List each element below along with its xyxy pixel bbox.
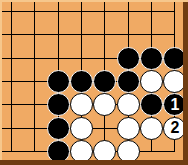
intersection-r3-c1 [0, 47, 23, 70]
intersection-r6-c7 [140, 117, 163, 140]
board-edge-highlight-top [0, 0, 188, 2]
intersection-r5-c4 [70, 93, 93, 116]
black-stone [117, 70, 140, 93]
intersection-r4-c7 [140, 70, 163, 93]
black-stone [140, 93, 163, 116]
intersection-r3-c2 [23, 47, 46, 70]
intersection-r6-c1 [0, 117, 23, 140]
intersection-r6-c4 [70, 117, 93, 140]
intersection-r4-c3 [47, 70, 70, 93]
intersection-r4-c6 [117, 70, 140, 93]
intersection-r3-c5 [93, 47, 116, 70]
intersection-r2-c5 [93, 23, 116, 46]
board-edge-shadow-bottom [0, 160, 188, 165]
intersection-r2-c7 [140, 23, 163, 46]
intersection-r6-c6 [117, 117, 140, 140]
white-stone [140, 70, 163, 93]
go-board: 12 [0, 0, 188, 165]
intersection-r1-c4 [70, 0, 93, 23]
white-stone [140, 117, 163, 140]
intersection-r5-c3 [47, 93, 70, 116]
white-stone [70, 117, 93, 140]
intersection-r1-c5 [93, 0, 116, 23]
intersection-r5-c2 [23, 93, 46, 116]
white-stone [93, 93, 116, 116]
white-stone [117, 117, 140, 140]
intersection-r6-c3 [47, 117, 70, 140]
black-stone [93, 70, 116, 93]
intersection-r6-c5 [93, 117, 116, 140]
intersection-r1-c6 [117, 0, 140, 23]
black-stone [47, 70, 70, 93]
board-edge-highlight-left [0, 0, 2, 160]
intersection-r2-c3 [47, 23, 70, 46]
intersection-r5-c5 [93, 93, 116, 116]
intersection-r3-c3 [47, 47, 70, 70]
intersection-r3-c6 [117, 47, 140, 70]
black-stone [140, 47, 163, 70]
intersection-r5-c7 [140, 93, 163, 116]
intersection-r3-c7 [140, 47, 163, 70]
go-board-grid: 12 [0, 0, 187, 163]
intersection-r5-c6 [117, 93, 140, 116]
intersection-r4-c1 [0, 70, 23, 93]
black-stone [47, 93, 70, 116]
intersection-r2-c6 [117, 23, 140, 46]
intersection-r3-c4 [70, 47, 93, 70]
intersection-r1-c7 [140, 0, 163, 23]
intersection-r1-c1 [0, 0, 23, 23]
intersection-r1-c2 [23, 0, 46, 23]
intersection-r6-c2 [23, 117, 46, 140]
white-stone [117, 93, 140, 116]
intersection-r4-c2 [23, 70, 46, 93]
intersection-r4-c5 [93, 70, 116, 93]
intersection-r5-c1 [0, 93, 23, 116]
intersection-r2-c2 [23, 23, 46, 46]
black-stone [47, 117, 70, 140]
intersection-r2-c1 [0, 23, 23, 46]
intersection-r2-c4 [70, 23, 93, 46]
intersection-r4-c4 [70, 70, 93, 93]
white-stone [70, 93, 93, 116]
black-stone [70, 70, 93, 93]
board-edge-shadow-right [183, 2, 188, 165]
intersection-r1-c3 [47, 0, 70, 23]
black-stone [117, 47, 140, 70]
